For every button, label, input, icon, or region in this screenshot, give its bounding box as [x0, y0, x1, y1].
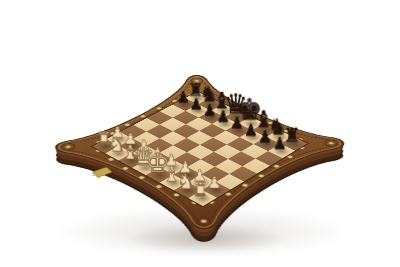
photo-scene: ♜♞♝♛♚♝♞♜♟♟♟♟♟♟♟♟♟♟♟♟♟♟♟♟♜♞♝♛♚♝♞♜ — [0, 0, 400, 267]
